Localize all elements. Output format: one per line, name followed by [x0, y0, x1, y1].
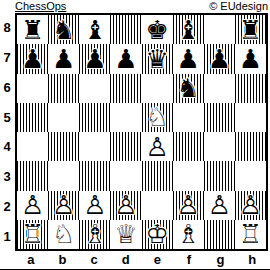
square-f7[interactable]: ♟♟ — [173, 44, 204, 73]
square-c8[interactable]: ♝♝ — [79, 15, 110, 44]
square-a7[interactable]: ♟♟ — [17, 44, 48, 73]
piece-fill: ♟ — [173, 44, 204, 73]
square-h6[interactable] — [235, 74, 266, 103]
piece-fill: ♞ — [48, 220, 79, 249]
black-knight-b8: ♞ — [48, 15, 79, 44]
piece-fill: ♝ — [173, 15, 204, 44]
square-h8[interactable]: ♜♜ — [235, 15, 266, 44]
square-b5[interactable] — [48, 103, 79, 132]
square-g3[interactable] — [204, 161, 235, 190]
file-label-c: c — [78, 251, 110, 268]
rank-label-6: 6 — [0, 73, 14, 103]
square-h2[interactable]: ♟♙ — [235, 191, 266, 220]
piece-fill: ♟ — [17, 44, 48, 73]
square-e2[interactable] — [142, 191, 173, 220]
piece-fill: ♚ — [142, 220, 173, 249]
piece-fill: ♜ — [235, 15, 266, 44]
piece-fill: ♛ — [110, 220, 141, 249]
square-g2[interactable]: ♟♙ — [204, 191, 235, 220]
square-d6[interactable] — [110, 74, 141, 103]
black-queen-e7: ♛ — [142, 44, 173, 73]
black-rook-h8: ♜ — [235, 15, 266, 44]
square-h4[interactable] — [235, 132, 266, 161]
piece-fill: ♝ — [173, 220, 204, 249]
black-knight-f6: ♞ — [173, 74, 204, 103]
piece-fill: ♛ — [142, 44, 173, 73]
square-g1[interactable] — [204, 220, 235, 249]
white-pawn-b2: ♙ — [48, 191, 79, 220]
piece-fill: ♟ — [235, 44, 266, 73]
square-d4[interactable] — [110, 132, 141, 161]
piece-fill: ♟ — [204, 191, 235, 220]
file-label-b: b — [47, 251, 79, 268]
black-pawn-g7: ♟ — [204, 44, 235, 73]
square-g5[interactable] — [204, 103, 235, 132]
rank-label-2: 2 — [0, 192, 14, 222]
file-label-g: g — [205, 251, 237, 268]
square-a5[interactable] — [17, 103, 48, 132]
file-label-a: a — [15, 251, 47, 268]
white-pawn-g2: ♙ — [204, 191, 235, 220]
white-rook-h1: ♖ — [235, 220, 266, 249]
square-b4[interactable] — [48, 132, 79, 161]
piece-fill: ♟ — [17, 191, 48, 220]
black-pawn-f7: ♟ — [173, 44, 204, 73]
square-a4[interactable] — [17, 132, 48, 161]
square-g4[interactable] — [204, 132, 235, 161]
square-g7[interactable]: ♟♟ — [204, 44, 235, 73]
piece-fill: ♜ — [17, 220, 48, 249]
rank-labels: 87654321 — [0, 13, 14, 251]
square-c3[interactable] — [79, 161, 110, 190]
square-b3[interactable] — [48, 161, 79, 190]
rank-label-8: 8 — [0, 13, 14, 43]
black-rook-a8: ♜ — [17, 15, 48, 44]
piece-fill: ♚ — [142, 15, 173, 44]
black-pawn-a7: ♟ — [17, 44, 48, 73]
black-pawn-h7: ♟ — [235, 44, 266, 73]
white-pawn-f2: ♙ — [173, 191, 204, 220]
white-pawn-a2: ♙ — [17, 191, 48, 220]
piece-fill: ♞ — [48, 15, 79, 44]
white-rook-a1: ♖ — [17, 220, 48, 249]
black-bishop-c8: ♝ — [79, 15, 110, 44]
piece-fill: ♟ — [110, 191, 141, 220]
square-a6[interactable] — [17, 74, 48, 103]
rank-label-4: 4 — [0, 132, 14, 162]
square-f1[interactable]: ♝♗ — [173, 220, 204, 249]
piece-fill: ♞ — [142, 103, 173, 132]
square-a3[interactable] — [17, 161, 48, 190]
rank-label-3: 3 — [0, 162, 14, 192]
square-h7[interactable]: ♟♟ — [235, 44, 266, 73]
square-h3[interactable] — [235, 161, 266, 190]
piece-fill: ♜ — [17, 15, 48, 44]
white-pawn-c2: ♙ — [79, 191, 110, 220]
black-pawn-b7: ♟ — [48, 44, 79, 73]
rank-label-5: 5 — [0, 102, 14, 132]
piece-fill: ♝ — [79, 220, 110, 249]
piece-fill: ♟ — [79, 44, 110, 73]
square-e6[interactable] — [142, 74, 173, 103]
black-pawn-c7: ♟ — [79, 44, 110, 73]
square-a1[interactable]: ♜♖ — [17, 220, 48, 249]
piece-fill: ♝ — [79, 15, 110, 44]
square-f6[interactable]: ♞♞ — [173, 74, 204, 103]
piece-fill: ♟ — [79, 191, 110, 220]
square-d2[interactable]: ♟♙ — [110, 191, 141, 220]
square-g6[interactable] — [204, 74, 235, 103]
square-d5[interactable] — [110, 103, 141, 132]
square-e7[interactable]: ♛♛ — [142, 44, 173, 73]
app-title[interactable]: ChessOps — [15, 0, 66, 13]
square-f8[interactable]: ♝♝ — [173, 15, 204, 44]
square-c6[interactable] — [79, 74, 110, 103]
piece-fill: ♟ — [142, 132, 173, 161]
square-b1[interactable]: ♞♘ — [48, 220, 79, 249]
file-label-h: h — [236, 251, 268, 268]
white-bishop-c1: ♗ — [79, 220, 110, 249]
piece-fill: ♟ — [48, 191, 79, 220]
square-e8[interactable]: ♚♚ — [142, 15, 173, 44]
square-b2[interactable]: ♟♙ — [48, 191, 79, 220]
credit-text: © EUdesign — [209, 0, 268, 13]
file-labels: abcdefgh — [15, 251, 268, 268]
square-c7[interactable]: ♟♟ — [79, 44, 110, 73]
white-bishop-f1: ♗ — [173, 220, 204, 249]
white-knight-b1: ♘ — [48, 220, 79, 249]
chessops-window: ChessOps © EUdesign 87654321 ♜♜♞♞♝♝♚♚♝♝♜… — [0, 0, 270, 270]
square-c1[interactable]: ♝♗ — [79, 220, 110, 249]
black-pawn-d7: ♟ — [110, 44, 141, 73]
piece-fill: ♜ — [235, 220, 266, 249]
white-knight-e5: ♘ — [142, 103, 173, 132]
square-b8[interactable]: ♞♞ — [48, 15, 79, 44]
rank-label-7: 7 — [0, 43, 14, 73]
square-b7[interactable]: ♟♟ — [48, 44, 79, 73]
square-d8[interactable] — [110, 15, 141, 44]
square-a8[interactable]: ♜♜ — [17, 15, 48, 44]
square-b6[interactable] — [48, 74, 79, 103]
square-f3[interactable] — [173, 161, 204, 190]
white-pawn-d2: ♙ — [110, 191, 141, 220]
piece-fill: ♟ — [110, 44, 141, 73]
square-e4[interactable]: ♟♙ — [142, 132, 173, 161]
square-f5[interactable] — [173, 103, 204, 132]
piece-fill: ♟ — [48, 44, 79, 73]
file-label-f: f — [173, 251, 205, 268]
file-label-e: e — [142, 251, 174, 268]
piece-fill: ♟ — [173, 191, 204, 220]
square-d3[interactable] — [110, 161, 141, 190]
square-h5[interactable] — [235, 103, 266, 132]
chess-board[interactable]: ♜♜♞♞♝♝♚♚♝♝♜♜♟♟♟♟♟♟♟♟♛♛♟♟♟♟♟♟♞♞♞♘♟♙♟♙♟♙♟♙… — [15, 13, 268, 251]
square-d1[interactable]: ♛♕ — [110, 220, 141, 249]
square-c5[interactable] — [79, 103, 110, 132]
black-king-e8: ♚ — [142, 15, 173, 44]
square-e5[interactable]: ♞♘ — [142, 103, 173, 132]
square-d7[interactable]: ♟♟ — [110, 44, 141, 73]
black-bishop-f8: ♝ — [173, 15, 204, 44]
square-h1[interactable]: ♜♖ — [235, 220, 266, 249]
piece-fill: ♟ — [235, 191, 266, 220]
white-pawn-h2: ♙ — [235, 191, 266, 220]
square-f2[interactable]: ♟♙ — [173, 191, 204, 220]
square-c2[interactable]: ♟♙ — [79, 191, 110, 220]
white-pawn-e4: ♙ — [142, 132, 173, 161]
piece-fill: ♞ — [173, 74, 204, 103]
white-queen-d1: ♕ — [110, 220, 141, 249]
square-a2[interactable]: ♟♙ — [17, 191, 48, 220]
white-king-e1: ♔ — [142, 220, 173, 249]
square-g8[interactable] — [204, 15, 235, 44]
file-label-d: d — [110, 251, 142, 268]
piece-fill: ♟ — [204, 44, 235, 73]
square-e3[interactable] — [142, 161, 173, 190]
rank-label-1: 1 — [0, 221, 14, 251]
square-c4[interactable] — [79, 132, 110, 161]
square-e1[interactable]: ♚♔ — [142, 220, 173, 249]
square-f4[interactable] — [173, 132, 204, 161]
